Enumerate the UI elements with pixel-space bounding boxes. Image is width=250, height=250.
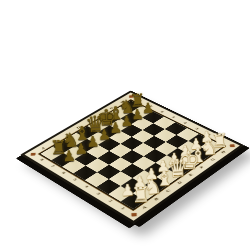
corner-ornament-icon <box>129 95 133 97</box>
board-tilt-wrapper: AA88BB77CC66DD55EE44FF33GG22HH11♜♞♝♛♚♝♞♜… <box>20 90 244 223</box>
piece-white-rook[interactable]: ♜ <box>131 184 150 206</box>
corner-ornament-icon <box>30 153 35 156</box>
piece-black-pawn[interactable]: ♟ <box>60 148 77 164</box>
board-frame: AA88BB77CC66DD55EE44FF33GG22HH11♜♞♝♛♚♝♞♜… <box>20 90 244 223</box>
corner-ornament-icon <box>131 213 136 217</box>
board-border: AA88BB77CC66DD55EE44FF33GG22HH11♜♞♝♛♚♝♞♜… <box>24 93 239 221</box>
corner-ornament-icon <box>229 144 234 147</box>
product-photo-stage: AA88BB77CC66DD55EE44FF33GG22HH11♜♞♝♛♚♝♞♜… <box>0 0 250 250</box>
